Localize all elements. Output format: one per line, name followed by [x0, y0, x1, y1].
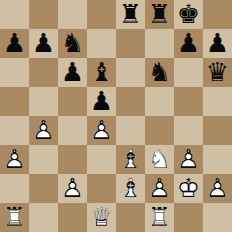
white-pawn-outline: ♙: [174, 145, 203, 174]
square-g1[interactable]: [174, 203, 203, 232]
black-pawn[interactable]: ♟: [0, 29, 29, 58]
white-bishop[interactable]: ♝♗: [116, 145, 145, 174]
square-d5[interactable]: ♟: [87, 87, 116, 116]
white-pawn-outline: ♙: [87, 116, 116, 145]
black-pawn-glyph: ♟: [0, 29, 29, 58]
square-c7[interactable]: ♞: [58, 29, 87, 58]
white-knight-outline: ♘: [145, 145, 174, 174]
white-king[interactable]: ♚♔: [174, 174, 203, 203]
square-b5[interactable]: [29, 87, 58, 116]
square-c4[interactable]: [58, 116, 87, 145]
white-bishop-outline: ♗: [116, 174, 145, 203]
square-f2[interactable]: ♟♙: [145, 174, 174, 203]
square-f8[interactable]: ♜: [145, 0, 174, 29]
white-king-outline: ♔: [174, 174, 203, 203]
black-bishop-glyph: ♝: [87, 58, 116, 87]
square-c2[interactable]: ♟♙: [58, 174, 87, 203]
square-a5[interactable]: [0, 87, 29, 116]
square-h3[interactable]: [203, 145, 232, 174]
square-h8[interactable]: [203, 0, 232, 29]
white-rook-outline: ♖: [0, 203, 29, 232]
square-h2[interactable]: ♟♙: [203, 174, 232, 203]
square-b6[interactable]: [29, 58, 58, 87]
black-rook[interactable]: ♜: [145, 0, 174, 29]
white-queen-outline: ♕: [87, 203, 116, 232]
black-pawn-glyph: ♟: [203, 29, 232, 58]
white-queen[interactable]: ♛♕: [87, 203, 116, 232]
black-pawn[interactable]: ♟: [203, 29, 232, 58]
white-pawn[interactable]: ♟♙: [58, 174, 87, 203]
white-pawn[interactable]: ♟♙: [174, 145, 203, 174]
square-b7[interactable]: ♟: [29, 29, 58, 58]
black-pawn-glyph: ♟: [87, 87, 116, 116]
black-knight-glyph: ♞: [145, 58, 174, 87]
square-e7[interactable]: [116, 29, 145, 58]
square-e6[interactable]: [116, 58, 145, 87]
black-pawn[interactable]: ♟: [58, 58, 87, 87]
white-bishop[interactable]: ♝♗: [116, 174, 145, 203]
square-d2[interactable]: [87, 174, 116, 203]
square-h1[interactable]: [203, 203, 232, 232]
square-h4[interactable]: [203, 116, 232, 145]
square-d3[interactable]: [87, 145, 116, 174]
black-pawn-glyph: ♟: [58, 58, 87, 87]
chess-board: ♜♜♚♟♟♞♟♟♟♝♞♛♟♟♙♟♙♟♙♝♗♞♘♟♙♟♙♝♗♟♙♚♔♟♙♜♖♛♕♜…: [0, 0, 232, 232]
white-pawn[interactable]: ♟♙: [0, 145, 29, 174]
white-bishop-outline: ♗: [116, 145, 145, 174]
square-e8[interactable]: ♜: [116, 0, 145, 29]
square-b4[interactable]: ♟♙: [29, 116, 58, 145]
black-pawn-glyph: ♟: [174, 29, 203, 58]
square-f3[interactable]: ♞♘: [145, 145, 174, 174]
black-knight[interactable]: ♞: [58, 29, 87, 58]
white-pawn[interactable]: ♟♙: [145, 174, 174, 203]
square-a2[interactable]: [0, 174, 29, 203]
square-g8[interactable]: ♚: [174, 0, 203, 29]
white-pawn-outline: ♙: [0, 145, 29, 174]
black-king[interactable]: ♚: [174, 0, 203, 29]
square-g7[interactable]: ♟: [174, 29, 203, 58]
black-rook[interactable]: ♜: [116, 0, 145, 29]
black-pawn[interactable]: ♟: [174, 29, 203, 58]
square-a4[interactable]: [0, 116, 29, 145]
square-c1[interactable]: [58, 203, 87, 232]
white-pawn-outline: ♙: [29, 116, 58, 145]
square-a8[interactable]: [0, 0, 29, 29]
square-e4[interactable]: [116, 116, 145, 145]
square-c6[interactable]: ♟: [58, 58, 87, 87]
square-b2[interactable]: [29, 174, 58, 203]
square-e1[interactable]: [116, 203, 145, 232]
square-c5[interactable]: [58, 87, 87, 116]
square-b8[interactable]: [29, 0, 58, 29]
square-a1[interactable]: ♜♖: [0, 203, 29, 232]
black-pawn[interactable]: ♟: [29, 29, 58, 58]
square-g3[interactable]: ♟♙: [174, 145, 203, 174]
white-pawn[interactable]: ♟♙: [29, 116, 58, 145]
square-c8[interactable]: [58, 0, 87, 29]
square-d1[interactable]: ♛♕: [87, 203, 116, 232]
square-g4[interactable]: [174, 116, 203, 145]
square-a3[interactable]: ♟♙: [0, 145, 29, 174]
square-g2[interactable]: ♚♔: [174, 174, 203, 203]
square-h6[interactable]: ♛: [203, 58, 232, 87]
black-pawn-glyph: ♟: [29, 29, 58, 58]
black-rook-glyph: ♜: [145, 0, 174, 29]
square-g5[interactable]: [174, 87, 203, 116]
white-pawn-outline: ♙: [58, 174, 87, 203]
square-f7[interactable]: [145, 29, 174, 58]
square-d4[interactable]: ♟♙: [87, 116, 116, 145]
white-pawn[interactable]: ♟♙: [203, 174, 232, 203]
square-f5[interactable]: [145, 87, 174, 116]
square-h7[interactable]: ♟: [203, 29, 232, 58]
black-queen[interactable]: ♛: [203, 58, 232, 87]
square-d8[interactable]: [87, 0, 116, 29]
white-pawn-outline: ♙: [145, 174, 174, 203]
black-bishop[interactable]: ♝: [87, 58, 116, 87]
square-a7[interactable]: ♟: [0, 29, 29, 58]
square-d7[interactable]: [87, 29, 116, 58]
square-e3[interactable]: ♝♗: [116, 145, 145, 174]
square-a6[interactable]: [0, 58, 29, 87]
black-knight-glyph: ♞: [58, 29, 87, 58]
white-rook[interactable]: ♜♖: [0, 203, 29, 232]
white-rook-outline: ♖: [145, 203, 174, 232]
square-c3[interactable]: [58, 145, 87, 174]
black-king-glyph: ♚: [174, 0, 203, 29]
black-queen-glyph: ♛: [203, 58, 232, 87]
square-f4[interactable]: [145, 116, 174, 145]
square-d6[interactable]: ♝: [87, 58, 116, 87]
square-h5[interactable]: [203, 87, 232, 116]
square-f1[interactable]: ♜♖: [145, 203, 174, 232]
square-b3[interactable]: [29, 145, 58, 174]
white-pawn-outline: ♙: [203, 174, 232, 203]
white-rook[interactable]: ♜♖: [145, 203, 174, 232]
black-rook-glyph: ♜: [116, 0, 145, 29]
square-e5[interactable]: [116, 87, 145, 116]
white-pawn[interactable]: ♟♙: [87, 116, 116, 145]
black-knight[interactable]: ♞: [145, 58, 174, 87]
square-g6[interactable]: [174, 58, 203, 87]
square-f6[interactable]: ♞: [145, 58, 174, 87]
white-knight[interactable]: ♞♘: [145, 145, 174, 174]
square-e2[interactable]: ♝♗: [116, 174, 145, 203]
black-pawn[interactable]: ♟: [87, 87, 116, 116]
square-b1[interactable]: [29, 203, 58, 232]
